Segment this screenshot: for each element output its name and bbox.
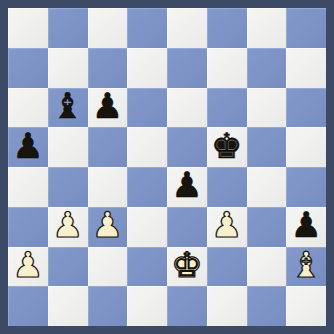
square-g1[interactable] (247, 286, 287, 326)
piece-white-pawn[interactable]: ♟ (92, 208, 123, 243)
piece-white-pawn[interactable]: ♟ (211, 208, 242, 243)
square-b1[interactable] (48, 286, 88, 326)
square-g7[interactable] (247, 48, 287, 88)
square-h6[interactable] (286, 88, 326, 128)
square-c2[interactable] (88, 247, 128, 287)
square-h1[interactable] (286, 286, 326, 326)
square-e3[interactable] (167, 207, 207, 247)
square-c8[interactable] (88, 8, 128, 48)
square-b4[interactable] (48, 167, 88, 207)
square-h2[interactable]: ♝ (286, 247, 326, 287)
square-c3[interactable]: ♟ (88, 207, 128, 247)
square-b3[interactable]: ♟ (48, 207, 88, 247)
square-h5[interactable] (286, 127, 326, 167)
piece-black-bishop[interactable]: ♝ (52, 89, 83, 124)
square-e6[interactable] (167, 88, 207, 128)
square-e1[interactable] (167, 286, 207, 326)
chess-board: ♝♟♟♚♟♟♟♟♟♟♚♝ (0, 0, 334, 334)
square-b5[interactable] (48, 127, 88, 167)
piece-white-pawn[interactable]: ♟ (52, 208, 83, 243)
square-g2[interactable] (247, 247, 287, 287)
square-a1[interactable] (8, 286, 48, 326)
square-d1[interactable] (127, 286, 167, 326)
square-d7[interactable] (127, 48, 167, 88)
square-d6[interactable] (127, 88, 167, 128)
square-d8[interactable] (127, 8, 167, 48)
square-c6[interactable]: ♟ (88, 88, 128, 128)
square-a7[interactable] (8, 48, 48, 88)
square-f4[interactable] (207, 167, 247, 207)
square-a5[interactable]: ♟ (8, 127, 48, 167)
square-g3[interactable] (247, 207, 287, 247)
square-g5[interactable] (247, 127, 287, 167)
square-e8[interactable] (167, 8, 207, 48)
square-h4[interactable] (286, 167, 326, 207)
piece-white-king[interactable]: ♚ (171, 248, 202, 283)
square-d5[interactable] (127, 127, 167, 167)
square-h7[interactable] (286, 48, 326, 88)
square-d3[interactable] (127, 207, 167, 247)
square-a8[interactable] (8, 8, 48, 48)
square-f8[interactable] (207, 8, 247, 48)
square-c7[interactable] (88, 48, 128, 88)
piece-black-pawn[interactable]: ♟ (171, 168, 202, 203)
piece-white-bishop[interactable]: ♝ (290, 248, 321, 283)
square-f2[interactable] (207, 247, 247, 287)
square-f5[interactable]: ♚ (207, 127, 247, 167)
square-g4[interactable] (247, 167, 287, 207)
square-d2[interactable] (127, 247, 167, 287)
piece-black-pawn[interactable]: ♟ (92, 89, 123, 124)
square-f3[interactable]: ♟ (207, 207, 247, 247)
square-g6[interactable] (247, 88, 287, 128)
square-b6[interactable]: ♝ (48, 88, 88, 128)
square-c1[interactable] (88, 286, 128, 326)
square-h8[interactable] (286, 8, 326, 48)
square-e7[interactable] (167, 48, 207, 88)
square-c5[interactable] (88, 127, 128, 167)
piece-black-king[interactable]: ♚ (211, 129, 242, 164)
piece-white-pawn[interactable]: ♟ (12, 248, 43, 283)
square-b8[interactable] (48, 8, 88, 48)
square-e5[interactable] (167, 127, 207, 167)
square-c4[interactable] (88, 167, 128, 207)
square-a4[interactable] (8, 167, 48, 207)
square-a2[interactable]: ♟ (8, 247, 48, 287)
square-e2[interactable]: ♚ (167, 247, 207, 287)
square-b7[interactable] (48, 48, 88, 88)
board-grid: ♝♟♟♚♟♟♟♟♟♟♚♝ (8, 8, 326, 326)
square-d4[interactable] (127, 167, 167, 207)
square-a6[interactable] (8, 88, 48, 128)
square-f7[interactable] (207, 48, 247, 88)
square-e4[interactable]: ♟ (167, 167, 207, 207)
square-g8[interactable] (247, 8, 287, 48)
square-a3[interactable] (8, 207, 48, 247)
piece-black-pawn[interactable]: ♟ (12, 129, 43, 164)
square-f6[interactable] (207, 88, 247, 128)
square-f1[interactable] (207, 286, 247, 326)
square-b2[interactable] (48, 247, 88, 287)
piece-black-pawn[interactable]: ♟ (290, 208, 321, 243)
square-h3[interactable]: ♟ (286, 207, 326, 247)
